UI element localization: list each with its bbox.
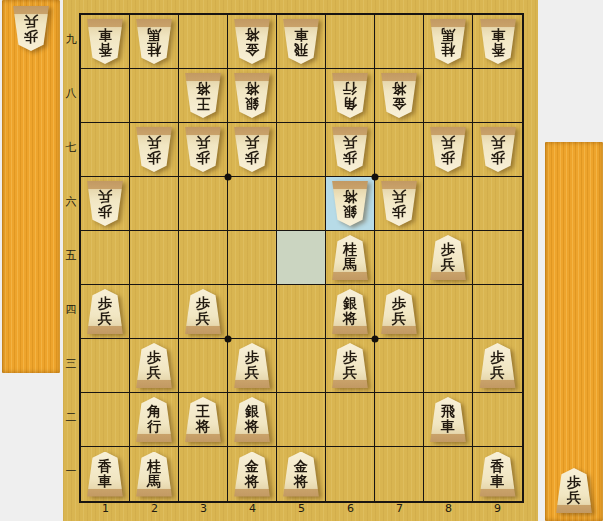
piece-kanji: 馬: [441, 27, 455, 42]
piece-rook-gote[interactable]: 飛車: [282, 19, 320, 64]
rank-label-二: 二: [63, 391, 79, 445]
piece-face: 王将: [184, 73, 222, 118]
board-cell-file3-rank八[interactable]: 王将: [179, 69, 228, 123]
board-cell-file9-rank九[interactable]: 香車: [473, 15, 522, 69]
piece-kanji: 車: [98, 27, 112, 42]
board-cell-file8-rank七[interactable]: 歩兵: [424, 123, 473, 177]
piece-kanji: 将: [196, 81, 210, 96]
board-cell-file9-rank六[interactable]: [473, 177, 522, 231]
board-cell-file2-rank九[interactable]: 桂馬: [130, 15, 179, 69]
piece-bishop-sente[interactable]: 角行: [135, 397, 173, 442]
piece-kanji: 将: [245, 474, 259, 489]
rank-label-一: 一: [63, 445, 79, 499]
rank-label-七: 七: [63, 121, 79, 175]
piece-kanji: 金: [294, 459, 308, 474]
piece-face: 歩兵: [12, 6, 50, 51]
piece-kanji: 車: [491, 27, 505, 42]
piece-kanji: 歩: [491, 350, 505, 365]
piece-face: 歩兵: [86, 289, 124, 334]
board-cell-file7-rank六[interactable]: 歩兵: [375, 177, 424, 231]
piece-face: 角行: [135, 397, 173, 442]
board-cell-file3-rank九[interactable]: [179, 15, 228, 69]
board-cell-file8-rank八[interactable]: [424, 69, 473, 123]
board-cell-file2-rank四[interactable]: [130, 285, 179, 339]
star-point: [372, 174, 379, 181]
piece-kanji: 歩: [441, 150, 455, 165]
piece-lance-gote[interactable]: 香車: [479, 19, 517, 64]
piece-pawn-gote[interactable]: 歩兵: [479, 127, 517, 172]
piece-knight-gote[interactable]: 桂馬: [135, 19, 173, 64]
piece-kanji: 兵: [343, 135, 357, 150]
board-cell-file1-rank九[interactable]: 香車: [81, 15, 130, 69]
board-cell-file9-rank一[interactable]: 香車: [473, 447, 522, 501]
piece-face: 角行: [331, 73, 369, 118]
piece-pawn-gote[interactable]: 歩兵: [86, 181, 124, 226]
piece-kanji: 歩: [392, 296, 406, 311]
piece-face: 歩兵: [479, 127, 517, 172]
board-cell-file8-rank四[interactable]: [424, 285, 473, 339]
piece-kanji: 馬: [343, 257, 357, 272]
piece-silver-gote[interactable]: 銀将: [233, 73, 271, 118]
piece-face: 王将: [184, 397, 222, 442]
piece-pawn-sente[interactable]: 歩兵: [86, 289, 124, 334]
piece-face: 金将: [233, 19, 271, 64]
board-cell-file1-rank二[interactable]: [81, 393, 130, 447]
piece-face: 歩兵: [135, 343, 173, 388]
piece-kanji: 車: [441, 419, 455, 434]
piece-kanji: 歩: [392, 204, 406, 219]
star-point: [225, 174, 232, 181]
piece-kanji: 香: [491, 459, 505, 474]
piece-knight-sente[interactable]: 桂馬: [135, 452, 173, 497]
piece-face: 歩兵: [233, 343, 271, 388]
board-cell-file2-rank二[interactable]: 角行: [130, 393, 179, 447]
piece-kanji: 兵: [491, 135, 505, 150]
piece-face: 歩兵: [380, 181, 418, 226]
piece-kanji: 兵: [343, 365, 357, 380]
piece-face: 銀将: [233, 397, 271, 442]
board-cell-file9-rank七[interactable]: 歩兵: [473, 123, 522, 177]
piece-pawn-gote[interactable]: 歩兵: [331, 127, 369, 172]
piece-kanji: 行: [147, 419, 161, 434]
piece-kanji: 兵: [245, 135, 259, 150]
piece-kanji: 兵: [196, 311, 210, 326]
board-cell-file6-rank七[interactable]: 歩兵: [326, 123, 375, 177]
piece-pawn-sente[interactable]: 歩兵: [233, 343, 271, 388]
piece-kanji: 歩: [24, 29, 38, 44]
board-cell-file2-rank一[interactable]: 桂馬: [130, 447, 179, 501]
piece-face: 歩兵: [135, 127, 173, 172]
piece-kanji: 歩: [441, 242, 455, 257]
board-cell-file6-rank一[interactable]: [326, 447, 375, 501]
board-cell-file3-rank三[interactable]: [179, 339, 228, 393]
piece-kanji: 角: [343, 96, 357, 111]
piece-kanji: 桂: [147, 42, 161, 57]
piece-kanji: 将: [343, 189, 357, 204]
file-label-3: 3: [179, 502, 228, 515]
piece-kanji: 兵: [147, 135, 161, 150]
rank-label-三: 三: [63, 337, 79, 391]
piece-kanji: 飛: [441, 404, 455, 419]
board-cell-file2-rank七[interactable]: 歩兵: [130, 123, 179, 177]
piece-face: 桂馬: [429, 19, 467, 64]
piece-kanji: 将: [392, 81, 406, 96]
star-point: [225, 336, 232, 343]
piece-gold-sente[interactable]: 金将: [282, 452, 320, 497]
board-cell-file6-rank四[interactable]: 銀将: [326, 285, 375, 339]
piece-kanji: 銀: [245, 404, 259, 419]
board-cell-file3-rank四[interactable]: 歩兵: [179, 285, 228, 339]
piece-pawn-sente[interactable]: 歩兵: [555, 468, 593, 513]
piece-face: 歩兵: [555, 468, 593, 513]
piece-kanji: 金: [245, 42, 259, 57]
piece-kanji: 将: [245, 81, 259, 96]
piece-kanji: 銀: [343, 204, 357, 219]
piece-face: 桂馬: [135, 452, 173, 497]
board-cell-file6-rank二[interactable]: [326, 393, 375, 447]
piece-pawn-gote[interactable]: 歩兵: [380, 181, 418, 226]
board-cell-file1-rank四[interactable]: 歩兵: [81, 285, 130, 339]
piece-face: 金将: [380, 73, 418, 118]
piece-face: 金将: [233, 452, 271, 497]
rank-label-四: 四: [63, 283, 79, 337]
piece-kanji: 歩: [147, 350, 161, 365]
piece-face: 歩兵: [184, 127, 222, 172]
piece-kanji: 銀: [343, 296, 357, 311]
board-cell-file9-rank三[interactable]: 歩兵: [473, 339, 522, 393]
piece-knight-sente[interactable]: 桂馬: [331, 235, 369, 280]
board-cell-file6-rank九[interactable]: [326, 15, 375, 69]
piece-bishop-gote[interactable]: 角行: [331, 73, 369, 118]
board-cell-file3-rank二[interactable]: 王将: [179, 393, 228, 447]
board-cell-file7-rank八[interactable]: 金将: [375, 69, 424, 123]
board-cell-file7-rank三[interactable]: [375, 339, 424, 393]
piece-kanji: 馬: [147, 27, 161, 42]
piece-face: 歩兵: [86, 181, 124, 226]
piece-kanji: 桂: [441, 42, 455, 57]
piece-kanji: 歩: [196, 150, 210, 165]
piece-kanji: 兵: [147, 365, 161, 380]
piece-kanji: 将: [294, 474, 308, 489]
board-cell-file9-rank八[interactable]: [473, 69, 522, 123]
piece-king-gote[interactable]: 王将: [184, 73, 222, 118]
piece-kanji: 歩: [343, 150, 357, 165]
board-cell-file4-rank二[interactable]: 銀将: [228, 393, 277, 447]
piece-kanji: 歩: [245, 150, 259, 165]
board-cell-file5-rank二[interactable]: [277, 393, 326, 447]
piece-kanji: 兵: [392, 311, 406, 326]
piece-kanji: 兵: [567, 490, 581, 505]
piece-face: 桂馬: [135, 19, 173, 64]
piece-silver-sente[interactable]: 銀将: [233, 397, 271, 442]
piece-kanji: 車: [491, 474, 505, 489]
piece-kanji: 歩: [147, 150, 161, 165]
piece-face: 飛車: [429, 397, 467, 442]
piece-pawn-sente[interactable]: 歩兵: [331, 343, 369, 388]
piece-kanji: 香: [98, 459, 112, 474]
piece-pawn-gote[interactable]: 歩兵: [135, 127, 173, 172]
board-cell-file5-rank一[interactable]: 金将: [277, 447, 326, 501]
piece-kanji: 兵: [392, 189, 406, 204]
piece-gold-sente[interactable]: 金将: [233, 452, 271, 497]
piece-kanji: 王: [196, 404, 210, 419]
board-cell-file4-rank九[interactable]: 金将: [228, 15, 277, 69]
piece-kanji: 将: [196, 419, 210, 434]
board-cell-file1-rank三[interactable]: [81, 339, 130, 393]
piece-kanji: 車: [98, 474, 112, 489]
file-label-7: 7: [375, 502, 424, 515]
file-label-2: 2: [130, 502, 179, 515]
board-cell-file5-rank九[interactable]: 飛車: [277, 15, 326, 69]
piece-kanji: 桂: [343, 242, 357, 257]
piece-pawn-gote[interactable]: 歩兵: [233, 127, 271, 172]
board-cell-file9-rank四[interactable]: [473, 285, 522, 339]
piece-pawn-gote[interactable]: 歩兵: [184, 127, 222, 172]
piece-face: 銀将: [233, 73, 271, 118]
board-cell-file7-rank九[interactable]: [375, 15, 424, 69]
piece-pawn-sente[interactable]: 歩兵: [184, 289, 222, 334]
piece-king-sente[interactable]: 王将: [184, 397, 222, 442]
piece-kanji: 飛: [294, 42, 308, 57]
piece-kanji: 歩: [196, 296, 210, 311]
board-cell-file7-rank五[interactable]: [375, 231, 424, 285]
rank-label-九: 九: [63, 13, 79, 67]
piece-face: 歩兵: [429, 127, 467, 172]
file-label-8: 8: [424, 502, 473, 515]
piece-kanji: 金: [392, 96, 406, 111]
captured-tray-bottom-player: 歩兵: [545, 142, 603, 521]
file-label-9: 9: [473, 502, 522, 515]
piece-pawn-sente[interactable]: 歩兵: [380, 289, 418, 334]
piece-face: 歩兵: [429, 235, 467, 280]
board-cell-file2-rank六[interactable]: [130, 177, 179, 231]
piece-gold-gote[interactable]: 金将: [380, 73, 418, 118]
piece-face: 香車: [479, 452, 517, 497]
file-label-1: 1: [81, 502, 130, 515]
board-cell-file3-rank一[interactable]: [179, 447, 228, 501]
board-cell-file1-rank七[interactable]: [81, 123, 130, 177]
board-cell-file1-rank八[interactable]: [81, 69, 130, 123]
board-cell-file2-rank三[interactable]: 歩兵: [130, 339, 179, 393]
piece-pawn-sente[interactable]: 歩兵: [429, 235, 467, 280]
piece-knight-gote[interactable]: 桂馬: [429, 19, 467, 64]
piece-kanji: 歩: [491, 150, 505, 165]
board-grid: 香車桂馬金将飛車桂馬香車王将銀将角行金将歩兵歩兵歩兵歩兵歩兵歩兵歩兵銀将歩兵桂馬…: [79, 13, 524, 503]
piece-gold-gote[interactable]: 金将: [233, 19, 271, 64]
piece-kanji: 兵: [245, 365, 259, 380]
board-cell-file5-rank八[interactable]: [277, 69, 326, 123]
board-cell-file5-rank七[interactable]: [277, 123, 326, 177]
board-cell-file8-rank五[interactable]: 歩兵: [424, 231, 473, 285]
board-cell-file1-rank五[interactable]: [81, 231, 130, 285]
shogi-board: 香車桂馬金将飛車桂馬香車王将銀将角行金将歩兵歩兵歩兵歩兵歩兵歩兵歩兵銀将歩兵桂馬…: [63, 0, 538, 521]
board-cell-file4-rank七[interactable]: 歩兵: [228, 123, 277, 177]
piece-kanji: 将: [245, 27, 259, 42]
piece-kanji: 歩: [98, 204, 112, 219]
board-cell-file3-rank五[interactable]: [179, 231, 228, 285]
board-cell-file6-rank八[interactable]: 角行: [326, 69, 375, 123]
piece-kanji: 兵: [491, 365, 505, 380]
board-cell-file2-rank八[interactable]: [130, 69, 179, 123]
board-cell-file4-rank六[interactable]: [228, 177, 277, 231]
piece-face: 飛車: [282, 19, 320, 64]
board-cell-file4-rank五[interactable]: [228, 231, 277, 285]
board-cell-file5-rank五[interactable]: [277, 231, 326, 285]
piece-kanji: 兵: [441, 257, 455, 272]
piece-kanji: 歩: [245, 350, 259, 365]
board-cell-file4-rank八[interactable]: 銀将: [228, 69, 277, 123]
board-cell-file4-rank四[interactable]: [228, 285, 277, 339]
board-cell-file9-rank五[interactable]: [473, 231, 522, 285]
board-cell-file1-rank一[interactable]: 香車: [81, 447, 130, 501]
piece-kanji: 香: [98, 42, 112, 57]
board-cell-file7-rank一[interactable]: [375, 447, 424, 501]
captured-tray-top-player: 歩兵: [2, 0, 60, 373]
piece-face: 桂馬: [331, 235, 369, 280]
star-point: [372, 336, 379, 343]
board-cell-file4-rank一[interactable]: 金将: [228, 447, 277, 501]
piece-kanji: 歩: [343, 350, 357, 365]
board-cell-file8-rank一[interactable]: [424, 447, 473, 501]
piece-face: 歩兵: [184, 289, 222, 334]
board-cell-file1-rank六[interactable]: 歩兵: [81, 177, 130, 231]
piece-face: 銀将: [331, 289, 369, 334]
board-cell-file9-rank二[interactable]: [473, 393, 522, 447]
piece-face: 歩兵: [331, 127, 369, 172]
piece-kanji: 兵: [441, 135, 455, 150]
board-cell-file7-rank七[interactable]: [375, 123, 424, 177]
piece-kanji: 歩: [567, 475, 581, 490]
piece-pawn-sente[interactable]: 歩兵: [479, 343, 517, 388]
piece-kanji: 兵: [196, 135, 210, 150]
piece-kanji: 王: [196, 96, 210, 111]
board-cell-file6-rank三[interactable]: 歩兵: [326, 339, 375, 393]
file-label-6: 6: [326, 502, 375, 515]
piece-kanji: 兵: [98, 311, 112, 326]
piece-lance-gote[interactable]: 香車: [86, 19, 124, 64]
piece-pawn-gote[interactable]: 歩兵: [429, 127, 467, 172]
piece-lance-sente[interactable]: 香車: [86, 452, 124, 497]
piece-kanji: 車: [294, 27, 308, 42]
piece-kanji: 桂: [147, 459, 161, 474]
piece-rook-sente[interactable]: 飛車: [429, 397, 467, 442]
piece-kanji: 行: [343, 81, 357, 96]
file-label-5: 5: [277, 502, 326, 515]
piece-face: 香車: [86, 19, 124, 64]
piece-silver-gote[interactable]: 銀将: [331, 181, 369, 226]
board-cell-file3-rank七[interactable]: 歩兵: [179, 123, 228, 177]
piece-kanji: 銀: [245, 96, 259, 111]
piece-face: 香車: [479, 19, 517, 64]
board-cell-file7-rank二[interactable]: [375, 393, 424, 447]
piece-lance-sente[interactable]: 香車: [479, 452, 517, 497]
shogi-app: 歩兵 香車桂馬金将飛車桂馬香車王将銀将角行金将歩兵歩兵歩兵歩兵歩兵歩兵歩兵銀将歩…: [0, 0, 603, 521]
piece-face: 銀将: [331, 181, 369, 226]
piece-kanji: 兵: [24, 14, 38, 29]
board-cell-file8-rank三[interactable]: [424, 339, 473, 393]
piece-kanji: 馬: [147, 474, 161, 489]
file-label-4: 4: [228, 502, 277, 515]
piece-face: 歩兵: [479, 343, 517, 388]
piece-kanji: 香: [491, 42, 505, 57]
piece-face: 香車: [86, 452, 124, 497]
piece-pawn-gote[interactable]: 歩兵: [12, 6, 50, 51]
board-cell-file3-rank六[interactable]: [179, 177, 228, 231]
board-cell-file6-rank五[interactable]: 桂馬: [326, 231, 375, 285]
piece-face: 金将: [282, 452, 320, 497]
board-cell-file8-rank九[interactable]: 桂馬: [424, 15, 473, 69]
piece-kanji: 将: [245, 419, 259, 434]
piece-kanji: 角: [147, 404, 161, 419]
board-cell-file4-rank三[interactable]: 歩兵: [228, 339, 277, 393]
board-cell-file6-rank六[interactable]: 銀将: [326, 177, 375, 231]
piece-kanji: 将: [343, 311, 357, 326]
piece-face: 歩兵: [233, 127, 271, 172]
board-cell-file8-rank二[interactable]: 飛車: [424, 393, 473, 447]
piece-kanji: 金: [245, 459, 259, 474]
board-cell-file7-rank四[interactable]: 歩兵: [375, 285, 424, 339]
rank-label-五: 五: [63, 229, 79, 283]
board-cell-file5-rank四[interactable]: [277, 285, 326, 339]
piece-pawn-sente[interactable]: 歩兵: [135, 343, 173, 388]
piece-face: 歩兵: [380, 289, 418, 334]
piece-kanji: 兵: [98, 189, 112, 204]
board-cell-file5-rank六[interactable]: [277, 177, 326, 231]
board-cell-file8-rank六[interactable]: [424, 177, 473, 231]
board-cell-file2-rank五[interactable]: [130, 231, 179, 285]
board-cell-file5-rank三[interactable]: [277, 339, 326, 393]
rank-label-八: 八: [63, 67, 79, 121]
piece-silver-sente[interactable]: 銀将: [331, 289, 369, 334]
rank-label-六: 六: [63, 175, 79, 229]
piece-kanji: 歩: [98, 296, 112, 311]
piece-face: 歩兵: [331, 343, 369, 388]
